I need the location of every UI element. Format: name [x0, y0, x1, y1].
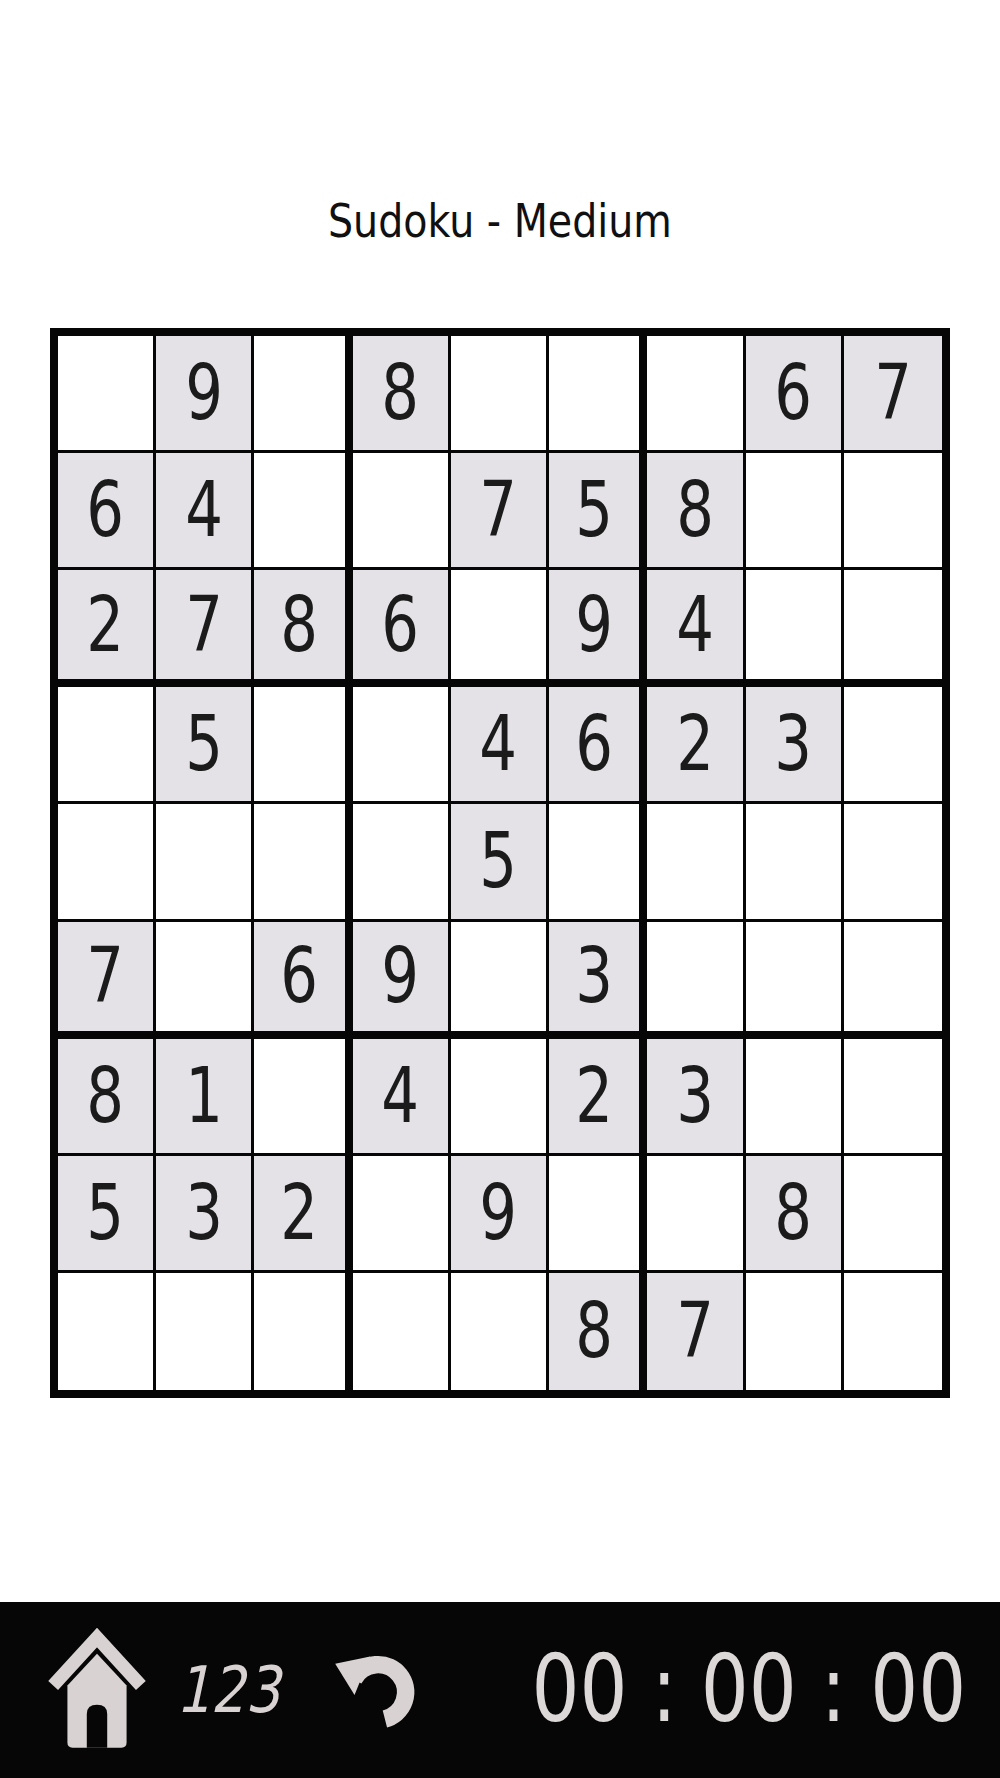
cell-r8c7[interactable] — [647, 1156, 745, 1273]
cell-r1c5[interactable] — [451, 336, 549, 453]
cell-r2c4[interactable] — [353, 453, 451, 570]
cell-digit: 8 — [381, 355, 419, 431]
cell-digit: 5 — [480, 823, 518, 899]
cell-r9c5[interactable] — [451, 1273, 549, 1390]
cell-digit: 4 — [381, 1058, 419, 1134]
cell-digit: 8 — [774, 1175, 812, 1251]
cell-r9c6[interactable]: 8 — [549, 1273, 647, 1390]
cell-digit: 2 — [575, 1058, 613, 1134]
cell-r3c6[interactable]: 9 — [549, 570, 647, 687]
cell-r9c2[interactable] — [156, 1273, 254, 1390]
cell-r3c8[interactable] — [746, 570, 844, 687]
cell-r6c1[interactable]: 7 — [58, 922, 156, 1039]
bottom-toolbar: 123 00 : 00 : 00 — [0, 1602, 1000, 1778]
cell-r2c1[interactable]: 6 — [58, 453, 156, 570]
page-header: Sudoku - Medium — [0, 0, 1000, 250]
cell-r5c5[interactable]: 5 — [451, 804, 549, 921]
cell-r9c4[interactable] — [353, 1273, 451, 1390]
cell-r5c6[interactable] — [549, 804, 647, 921]
cell-r9c8[interactable] — [746, 1273, 844, 1390]
cell-digit: 8 — [575, 1293, 613, 1369]
cell-r8c8[interactable]: 8 — [746, 1156, 844, 1273]
cell-r8c1[interactable]: 5 — [58, 1156, 156, 1273]
cell-digit: 6 — [575, 706, 613, 782]
cell-r6c3[interactable]: 6 — [254, 922, 352, 1039]
cell-r4c8[interactable]: 3 — [746, 687, 844, 804]
cell-digit: 7 — [87, 938, 125, 1014]
cell-digit: 6 — [281, 938, 319, 1014]
cell-r1c9[interactable]: 7 — [844, 336, 942, 453]
cell-r4c2[interactable]: 5 — [156, 687, 254, 804]
cell-digit: 6 — [87, 472, 125, 548]
cell-r3c4[interactable]: 6 — [353, 570, 451, 687]
cell-r6c8[interactable] — [746, 922, 844, 1039]
cell-r6c4[interactable]: 9 — [353, 922, 451, 1039]
cell-r7c1[interactable]: 8 — [58, 1039, 156, 1156]
cell-r8c5[interactable]: 9 — [451, 1156, 549, 1273]
numpad-button[interactable]: 123 — [176, 1658, 280, 1722]
cell-digit: 4 — [676, 587, 714, 663]
cell-r8c2[interactable]: 3 — [156, 1156, 254, 1273]
cell-digit: 4 — [185, 472, 223, 548]
cell-digit: 4 — [480, 706, 518, 782]
sudoku-board: 9867647582786945462357693814235329887 — [50, 328, 950, 1398]
cell-r3c1[interactable]: 2 — [58, 570, 156, 687]
game-timer: 00 : 00 : 00 — [531, 1644, 966, 1736]
cell-r1c8[interactable]: 6 — [746, 336, 844, 453]
cell-r6c9[interactable] — [844, 922, 942, 1039]
cell-r6c6[interactable]: 3 — [549, 922, 647, 1039]
cell-digit: 3 — [774, 706, 812, 782]
undo-button[interactable] — [326, 1638, 418, 1742]
cell-r2c3[interactable] — [254, 453, 352, 570]
cell-r3c9[interactable] — [844, 570, 942, 687]
cell-r9c3[interactable] — [254, 1273, 352, 1390]
home-button[interactable] — [46, 1626, 148, 1754]
cell-r7c9[interactable] — [844, 1039, 942, 1156]
cell-r7c3[interactable] — [254, 1039, 352, 1156]
cell-r1c6[interactable] — [549, 336, 647, 453]
cell-r2c2[interactable]: 4 — [156, 453, 254, 570]
cell-r3c5[interactable] — [451, 570, 549, 687]
cell-r4c1[interactable] — [58, 687, 156, 804]
cell-r2c5[interactable]: 7 — [451, 453, 549, 570]
cell-digit: 8 — [87, 1058, 125, 1134]
cell-r8c9[interactable] — [844, 1156, 942, 1273]
cell-r5c4[interactable] — [353, 804, 451, 921]
cell-r8c4[interactable] — [353, 1156, 451, 1273]
cell-digit: 2 — [676, 706, 714, 782]
cell-r7c4[interactable]: 4 — [353, 1039, 451, 1156]
cell-digit: 8 — [676, 472, 714, 548]
cell-r6c2[interactable] — [156, 922, 254, 1039]
cell-r7c2[interactable]: 1 — [156, 1039, 254, 1156]
cell-r4c3[interactable] — [254, 687, 352, 804]
cell-r5c2[interactable] — [156, 804, 254, 921]
cell-r6c7[interactable] — [647, 922, 745, 1039]
cell-r8c3[interactable]: 2 — [254, 1156, 352, 1273]
cell-r4c9[interactable] — [844, 687, 942, 804]
cell-r7c6[interactable]: 2 — [549, 1039, 647, 1156]
cell-r8c6[interactable] — [549, 1156, 647, 1273]
cell-digit: 9 — [381, 938, 419, 1014]
cell-digit: 7 — [185, 587, 223, 663]
cell-r4c5[interactable]: 4 — [451, 687, 549, 804]
cell-digit: 9 — [575, 587, 613, 663]
cell-r1c2[interactable]: 9 — [156, 336, 254, 453]
cell-r9c7[interactable]: 7 — [647, 1273, 745, 1390]
cell-r9c9[interactable] — [844, 1273, 942, 1390]
cell-digit: 6 — [381, 587, 419, 663]
cell-digit: 7 — [676, 1293, 714, 1369]
cell-r3c2[interactable]: 7 — [156, 570, 254, 687]
cell-r4c7[interactable]: 2 — [647, 687, 745, 804]
cell-digit: 9 — [185, 355, 223, 431]
page-title: Sudoku - Medium — [328, 198, 672, 250]
cell-digit: 8 — [281, 587, 319, 663]
cell-digit: 1 — [185, 1058, 223, 1134]
cell-r2c6[interactable]: 5 — [549, 453, 647, 570]
cell-r2c8[interactable] — [746, 453, 844, 570]
cell-digit: 3 — [676, 1058, 714, 1134]
cell-r3c7[interactable]: 4 — [647, 570, 745, 687]
cell-r5c3[interactable] — [254, 804, 352, 921]
cell-r6c5[interactable] — [451, 922, 549, 1039]
cell-digit: 2 — [87, 587, 125, 663]
cell-r1c3[interactable] — [254, 336, 352, 453]
cell-r9c1[interactable] — [58, 1273, 156, 1390]
cell-digit: 5 — [185, 706, 223, 782]
cell-digit: 9 — [480, 1175, 518, 1251]
cell-r2c7[interactable]: 8 — [647, 453, 745, 570]
cell-r7c8[interactable] — [746, 1039, 844, 1156]
undo-icon — [326, 1638, 418, 1742]
cell-r5c8[interactable] — [746, 804, 844, 921]
cell-r5c1[interactable] — [58, 804, 156, 921]
cell-digit: 2 — [281, 1175, 319, 1251]
cell-digit: 6 — [774, 355, 812, 431]
cell-r5c9[interactable] — [844, 804, 942, 921]
home-icon — [46, 1626, 148, 1754]
cell-r1c7[interactable] — [647, 336, 745, 453]
cell-r4c6[interactable]: 6 — [549, 687, 647, 804]
cell-r3c3[interactable]: 8 — [254, 570, 352, 687]
cell-digit: 7 — [874, 355, 912, 431]
cell-r4c4[interactable] — [353, 687, 451, 804]
cell-digit: 5 — [87, 1175, 125, 1251]
cell-r7c5[interactable] — [451, 1039, 549, 1156]
cell-r5c7[interactable] — [647, 804, 745, 921]
cell-digit: 3 — [185, 1175, 223, 1251]
cell-r7c7[interactable]: 3 — [647, 1039, 745, 1156]
cell-digit: 5 — [575, 472, 613, 548]
cell-digit: 3 — [575, 938, 613, 1014]
cell-r2c9[interactable] — [844, 453, 942, 570]
cell-r1c1[interactable] — [58, 336, 156, 453]
cell-digit: 7 — [480, 472, 518, 548]
cell-r1c4[interactable]: 8 — [353, 336, 451, 453]
